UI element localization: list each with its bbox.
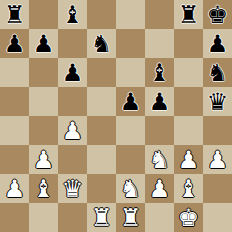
square-d6[interactable] bbox=[87, 58, 116, 87]
square-b3[interactable]: ♟ bbox=[29, 145, 58, 174]
piece-white-pawn[interactable]: ♟ bbox=[145, 174, 174, 203]
square-b7[interactable]: ♟ bbox=[29, 29, 58, 58]
square-b2[interactable]: ♝ bbox=[29, 174, 58, 203]
square-d1[interactable]: ♜ bbox=[87, 203, 116, 232]
square-e2[interactable]: ♞ bbox=[116, 174, 145, 203]
piece-black-pawn[interactable]: ♟ bbox=[58, 58, 87, 87]
square-c5[interactable] bbox=[58, 87, 87, 116]
square-f7[interactable] bbox=[145, 29, 174, 58]
square-c2[interactable]: ♛ bbox=[58, 174, 87, 203]
square-c8[interactable]: ♝ bbox=[58, 0, 87, 29]
square-a7[interactable]: ♟ bbox=[0, 29, 29, 58]
piece-white-pawn[interactable]: ♟ bbox=[203, 145, 232, 174]
square-f6[interactable]: ♝ bbox=[145, 58, 174, 87]
square-c7[interactable] bbox=[58, 29, 87, 58]
square-d4[interactable] bbox=[87, 116, 116, 145]
square-h8[interactable]: ♚ bbox=[203, 0, 232, 29]
square-g2[interactable]: ♝ bbox=[174, 174, 203, 203]
square-a5[interactable] bbox=[0, 87, 29, 116]
square-g8[interactable]: ♜ bbox=[174, 0, 203, 29]
piece-white-pawn[interactable]: ♟ bbox=[58, 116, 87, 145]
square-h4[interactable] bbox=[203, 116, 232, 145]
square-e1[interactable]: ♜ bbox=[116, 203, 145, 232]
square-b4[interactable] bbox=[29, 116, 58, 145]
square-a6[interactable] bbox=[0, 58, 29, 87]
piece-black-rook[interactable]: ♜ bbox=[174, 0, 203, 29]
square-h7[interactable]: ♟ bbox=[203, 29, 232, 58]
square-d2[interactable] bbox=[87, 174, 116, 203]
square-b8[interactable] bbox=[29, 0, 58, 29]
square-a8[interactable]: ♜ bbox=[0, 0, 29, 29]
square-e6[interactable] bbox=[116, 58, 145, 87]
square-e4[interactable] bbox=[116, 116, 145, 145]
piece-white-pawn[interactable]: ♟ bbox=[0, 174, 29, 203]
square-c4[interactable]: ♟ bbox=[58, 116, 87, 145]
square-e3[interactable] bbox=[116, 145, 145, 174]
square-g4[interactable] bbox=[174, 116, 203, 145]
square-c6[interactable]: ♟ bbox=[58, 58, 87, 87]
square-f2[interactable]: ♟ bbox=[145, 174, 174, 203]
piece-black-pawn[interactable]: ♟ bbox=[116, 87, 145, 116]
piece-white-queen[interactable]: ♛ bbox=[58, 174, 87, 203]
square-e8[interactable] bbox=[116, 0, 145, 29]
square-b6[interactable] bbox=[29, 58, 58, 87]
square-d5[interactable] bbox=[87, 87, 116, 116]
square-a2[interactable]: ♟ bbox=[0, 174, 29, 203]
square-d7[interactable]: ♞ bbox=[87, 29, 116, 58]
piece-black-rook[interactable]: ♜ bbox=[0, 0, 29, 29]
square-c3[interactable] bbox=[58, 145, 87, 174]
piece-black-bishop[interactable]: ♝ bbox=[58, 0, 87, 29]
square-f3[interactable]: ♞ bbox=[145, 145, 174, 174]
piece-black-knight[interactable]: ♞ bbox=[87, 29, 116, 58]
square-b5[interactable] bbox=[29, 87, 58, 116]
piece-white-pawn[interactable]: ♟ bbox=[174, 145, 203, 174]
piece-black-pawn[interactable]: ♟ bbox=[29, 29, 58, 58]
square-h3[interactable]: ♟ bbox=[203, 145, 232, 174]
piece-black-pawn[interactable]: ♟ bbox=[203, 29, 232, 58]
square-h1[interactable] bbox=[203, 203, 232, 232]
piece-white-rook[interactable]: ♜ bbox=[116, 203, 145, 232]
piece-black-pawn[interactable]: ♟ bbox=[145, 87, 174, 116]
square-f4[interactable] bbox=[145, 116, 174, 145]
square-a3[interactable] bbox=[0, 145, 29, 174]
square-h6[interactable]: ♞ bbox=[203, 58, 232, 87]
piece-white-bishop[interactable]: ♝ bbox=[174, 174, 203, 203]
square-d8[interactable] bbox=[87, 0, 116, 29]
square-g1[interactable]: ♚ bbox=[174, 203, 203, 232]
piece-white-rook[interactable]: ♜ bbox=[87, 203, 116, 232]
square-g5[interactable] bbox=[174, 87, 203, 116]
square-g7[interactable] bbox=[174, 29, 203, 58]
piece-black-knight[interactable]: ♞ bbox=[203, 58, 232, 87]
piece-black-pawn[interactable]: ♟ bbox=[0, 29, 29, 58]
square-g6[interactable] bbox=[174, 58, 203, 87]
piece-white-knight[interactable]: ♞ bbox=[116, 174, 145, 203]
square-f5[interactable]: ♟ bbox=[145, 87, 174, 116]
square-d3[interactable] bbox=[87, 145, 116, 174]
piece-black-queen[interactable]: ♛ bbox=[203, 87, 232, 116]
square-a4[interactable] bbox=[0, 116, 29, 145]
square-a1[interactable] bbox=[0, 203, 29, 232]
square-f8[interactable] bbox=[145, 0, 174, 29]
square-c1[interactable] bbox=[58, 203, 87, 232]
square-e5[interactable]: ♟ bbox=[116, 87, 145, 116]
piece-white-king[interactable]: ♚ bbox=[174, 203, 203, 232]
piece-white-pawn[interactable]: ♟ bbox=[29, 145, 58, 174]
square-h5[interactable]: ♛ bbox=[203, 87, 232, 116]
piece-black-bishop[interactable]: ♝ bbox=[145, 58, 174, 87]
square-b1[interactable] bbox=[29, 203, 58, 232]
square-f1[interactable] bbox=[145, 203, 174, 232]
piece-white-bishop[interactable]: ♝ bbox=[29, 174, 58, 203]
piece-white-knight[interactable]: ♞ bbox=[145, 145, 174, 174]
square-h2[interactable] bbox=[203, 174, 232, 203]
square-g3[interactable]: ♟ bbox=[174, 145, 203, 174]
chess-board: ♜♝♜♚♟♟♞♟♟♝♞♟♟♛♟♟♞♟♟♟♝♛♞♟♝♜♜♚ bbox=[0, 0, 232, 232]
square-e7[interactable] bbox=[116, 29, 145, 58]
piece-black-king[interactable]: ♚ bbox=[203, 0, 232, 29]
